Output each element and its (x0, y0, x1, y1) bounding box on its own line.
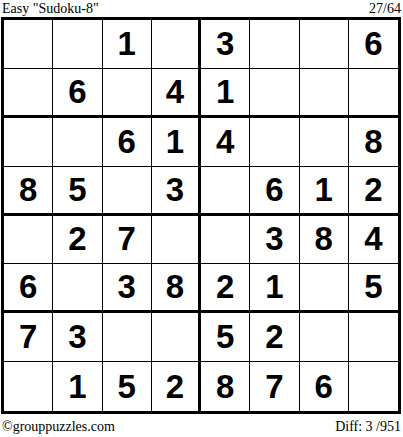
cell-r6c8[interactable]: 5 (349, 264, 398, 313)
cell-r8c6[interactable]: 7 (250, 362, 299, 411)
cell-r8c1[interactable] (4, 362, 53, 411)
cell-r4c5[interactable] (201, 167, 250, 216)
cell-r6c7[interactable] (300, 264, 349, 313)
cell-r1c8[interactable]: 6 (349, 20, 398, 69)
cell-r5c1[interactable] (4, 216, 53, 265)
cell-r4c7[interactable]: 1 (300, 167, 349, 216)
difficulty-rating: Diff: 3 /951 (335, 418, 401, 435)
cell-r8c7[interactable]: 6 (300, 362, 349, 411)
cell-r6c1[interactable]: 6 (4, 264, 53, 313)
cell-r7c4[interactable] (152, 313, 201, 362)
cell-r1c3[interactable]: 1 (103, 20, 152, 69)
cell-r3c7[interactable] (300, 118, 349, 167)
cell-r1c7[interactable] (300, 20, 349, 69)
cell-r6c4[interactable]: 8 (152, 264, 201, 313)
cell-r4c2[interactable]: 5 (53, 167, 102, 216)
cell-r5c2[interactable]: 2 (53, 216, 102, 265)
cell-r4c6[interactable]: 6 (250, 167, 299, 216)
cell-r2c3[interactable] (103, 69, 152, 118)
cell-r2c7[interactable] (300, 69, 349, 118)
cell-r2c2[interactable]: 6 (53, 69, 102, 118)
cell-r6c5[interactable]: 2 (201, 264, 250, 313)
cell-r8c3[interactable]: 5 (103, 362, 152, 411)
cell-r8c2[interactable]: 1 (53, 362, 102, 411)
cell-r1c1[interactable] (4, 20, 53, 69)
cell-r3c3[interactable]: 6 (103, 118, 152, 167)
cell-r5c5[interactable] (201, 216, 250, 265)
cell-r6c2[interactable] (53, 264, 102, 313)
cell-r1c6[interactable] (250, 20, 299, 69)
cell-r5c8[interactable]: 4 (349, 216, 398, 265)
cell-r6c3[interactable]: 3 (103, 264, 152, 313)
cell-r3c6[interactable] (250, 118, 299, 167)
cell-r3c4[interactable]: 1 (152, 118, 201, 167)
cell-r2c4[interactable]: 4 (152, 69, 201, 118)
cell-r8c5[interactable]: 8 (201, 362, 250, 411)
cell-r3c1[interactable] (4, 118, 53, 167)
cell-r7c5[interactable]: 5 (201, 313, 250, 362)
cell-r2c8[interactable] (349, 69, 398, 118)
cell-r5c3[interactable]: 7 (103, 216, 152, 265)
cell-r3c2[interactable] (53, 118, 102, 167)
sudoku-board: 1366416148853612273846382157352152876 (1, 17, 401, 414)
cell-r1c2[interactable] (53, 20, 102, 69)
cell-r7c7[interactable] (300, 313, 349, 362)
cell-r8c4[interactable]: 2 (152, 362, 201, 411)
cell-r2c5[interactable]: 1 (201, 69, 250, 118)
puzzle-title: Easy "Sudoku-8" (2, 0, 99, 17)
cell-r7c2[interactable]: 3 (53, 313, 102, 362)
cell-r8c8[interactable] (349, 362, 398, 411)
copyright-text: ©grouppuzzles.com (2, 418, 115, 435)
cell-r5c4[interactable] (152, 216, 201, 265)
cell-r7c3[interactable] (103, 313, 152, 362)
cell-r1c5[interactable]: 3 (201, 20, 250, 69)
cell-r3c5[interactable]: 4 (201, 118, 250, 167)
cell-r4c8[interactable]: 2 (349, 167, 398, 216)
cell-r7c1[interactable]: 7 (4, 313, 53, 362)
cell-r1c4[interactable] (152, 20, 201, 69)
cell-r5c6[interactable]: 3 (250, 216, 299, 265)
cell-r4c4[interactable]: 3 (152, 167, 201, 216)
cell-r4c3[interactable] (103, 167, 152, 216)
cell-r3c8[interactable]: 8 (349, 118, 398, 167)
cell-r2c6[interactable] (250, 69, 299, 118)
cell-r2c1[interactable] (4, 69, 53, 118)
givens-counter: 27/64 (369, 0, 401, 17)
cell-r7c6[interactable]: 2 (250, 313, 299, 362)
cell-r6c6[interactable]: 1 (250, 264, 299, 313)
cell-r5c7[interactable]: 8 (300, 216, 349, 265)
cell-r4c1[interactable]: 8 (4, 167, 53, 216)
cell-r7c8[interactable] (349, 313, 398, 362)
